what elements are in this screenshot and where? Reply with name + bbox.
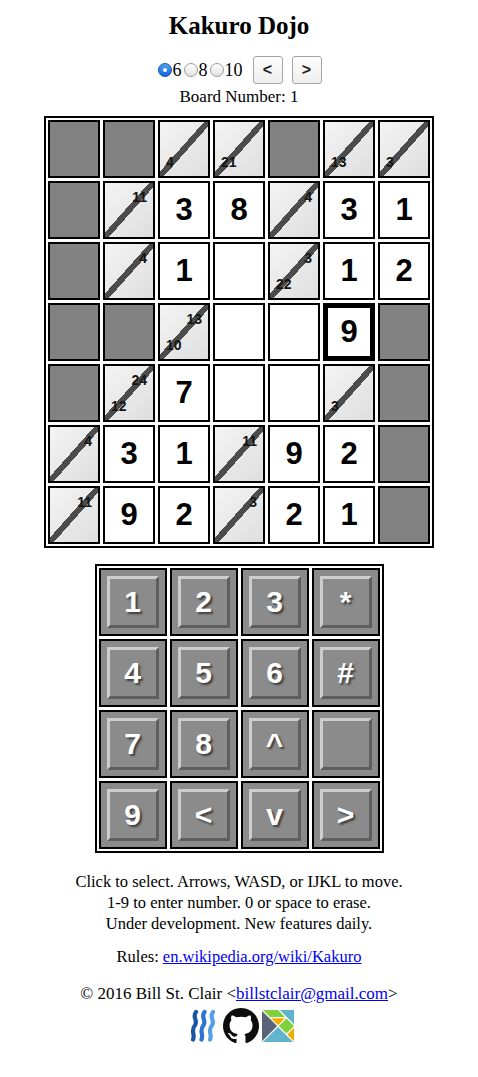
key-hash[interactable]: # bbox=[312, 639, 380, 707]
board-number-label: Board Number: 1 bbox=[0, 87, 478, 107]
key-8[interactable]: 8 bbox=[170, 710, 238, 778]
size-option-8-label: 8 bbox=[199, 60, 208, 81]
key-face: 5 bbox=[178, 647, 230, 699]
key-label: 2 bbox=[195, 585, 212, 619]
key-3[interactable]: 3 bbox=[241, 568, 309, 636]
across-clue: 4 bbox=[84, 434, 92, 448]
key-label: 7 bbox=[124, 727, 141, 761]
key-face: 6 bbox=[249, 647, 301, 699]
across-clue: 11 bbox=[77, 495, 92, 509]
entry-cell[interactable] bbox=[213, 303, 265, 361]
radio-10-icon[interactable] bbox=[210, 63, 224, 77]
key-down[interactable]: v bbox=[241, 781, 309, 849]
clue-cell: 322 bbox=[268, 242, 320, 300]
blocked-cell bbox=[48, 120, 100, 178]
kakuro-board: 4211331138431413221213109241273431119211… bbox=[44, 116, 434, 548]
key-face: ^ bbox=[249, 718, 301, 770]
key-right[interactable]: > bbox=[312, 781, 380, 849]
entry-cell[interactable]: 1 bbox=[158, 242, 210, 300]
clue-cell: 3 bbox=[213, 486, 265, 544]
across-clue: 24 bbox=[131, 373, 147, 387]
entry-cell[interactable]: 9 bbox=[268, 425, 320, 483]
next-board-button[interactable]: > bbox=[292, 56, 322, 84]
across-clue: 11 bbox=[132, 190, 147, 204]
key-9[interactable]: 9 bbox=[99, 781, 167, 849]
copyright-line: © 2016 Bill St. Clair <billstclair@gmail… bbox=[0, 984, 478, 1004]
entry-cell[interactable]: 2 bbox=[158, 486, 210, 544]
key-face: 2 bbox=[178, 576, 230, 628]
key-label: ^ bbox=[266, 727, 284, 761]
entry-cell[interactable]: 1 bbox=[378, 181, 430, 239]
key-2[interactable]: 2 bbox=[170, 568, 238, 636]
clue-cell: 21 bbox=[213, 120, 265, 178]
entry-cell[interactable]: 3 bbox=[158, 181, 210, 239]
key-face: 4 bbox=[107, 647, 159, 699]
clue-cell: 11 bbox=[48, 486, 100, 544]
key-label: 3 bbox=[266, 585, 283, 619]
clue-cell: 13 bbox=[323, 120, 375, 178]
entry-cell[interactable] bbox=[213, 242, 265, 300]
down-clue: 12 bbox=[111, 399, 127, 413]
key-label: # bbox=[337, 656, 354, 690]
key-label: > bbox=[337, 798, 355, 832]
instruction-line-1: Click to select. Arrows, WASD, or IJKL t… bbox=[0, 871, 478, 892]
page-title: Kakuro Dojo bbox=[0, 12, 478, 40]
rules-prefix: Rules: bbox=[117, 947, 163, 966]
entry-cell[interactable] bbox=[213, 364, 265, 422]
key-face: 7 bbox=[107, 718, 159, 770]
board-size-controls: 6 8 10 < > bbox=[0, 56, 478, 84]
radio-6-icon[interactable] bbox=[158, 63, 172, 77]
across-clue: 13 bbox=[186, 312, 202, 326]
clue-cell: 3 bbox=[323, 364, 375, 422]
down-clue: 10 bbox=[166, 338, 182, 352]
key-5[interactable]: 5 bbox=[170, 639, 238, 707]
blocked-cell bbox=[378, 364, 430, 422]
blocked-cell bbox=[48, 181, 100, 239]
entry-cell[interactable]: 3 bbox=[103, 425, 155, 483]
down-clue: 22 bbox=[276, 277, 292, 291]
footer-icons bbox=[0, 1008, 478, 1044]
key-label: 9 bbox=[124, 798, 141, 832]
entry-cell[interactable]: 2 bbox=[378, 242, 430, 300]
down-clue: 4 bbox=[166, 155, 174, 169]
clue-cell: 4 bbox=[48, 425, 100, 483]
clue-cell: 2412 bbox=[103, 364, 155, 422]
entry-cell[interactable]: 8 bbox=[213, 181, 265, 239]
instructions: Click to select. Arrows, WASD, or IJKL t… bbox=[0, 871, 478, 934]
key-face: * bbox=[320, 576, 372, 628]
entry-cell[interactable]: 3 bbox=[323, 181, 375, 239]
size-option-10[interactable]: 10 bbox=[210, 60, 243, 81]
clue-cell: 11 bbox=[103, 181, 155, 239]
key-7[interactable]: 7 bbox=[99, 710, 167, 778]
down-clue: 21 bbox=[221, 155, 237, 169]
entry-cell[interactable] bbox=[268, 303, 320, 361]
entry-cell[interactable]: 2 bbox=[268, 486, 320, 544]
key-label: 5 bbox=[195, 656, 212, 690]
clue-cell: 3 bbox=[378, 120, 430, 178]
elm-icon bbox=[262, 1010, 294, 1042]
key-label: < bbox=[195, 798, 213, 832]
github-link[interactable] bbox=[223, 1008, 259, 1044]
size-option-6[interactable]: 6 bbox=[158, 60, 182, 81]
key-label: 1 bbox=[124, 585, 141, 619]
key-face bbox=[320, 718, 372, 770]
copyright-suffix: > bbox=[388, 984, 398, 1003]
clue-cell: 1310 bbox=[158, 303, 210, 361]
key-face: > bbox=[320, 789, 372, 841]
blocked-cell bbox=[378, 303, 430, 361]
radio-8-icon[interactable] bbox=[184, 63, 198, 77]
across-clue: 4 bbox=[139, 251, 147, 265]
blocked-cell bbox=[103, 120, 155, 178]
key-blank[interactable] bbox=[312, 710, 380, 778]
key-face: # bbox=[320, 647, 372, 699]
across-clue: 3 bbox=[304, 251, 312, 265]
entry-cell[interactable]: 1 bbox=[323, 242, 375, 300]
instruction-line-2: 1-9 to enter number. 0 or space to erase… bbox=[0, 892, 478, 913]
prev-board-button[interactable]: < bbox=[253, 56, 283, 84]
across-clue: 11 bbox=[242, 434, 257, 448]
rules-link[interactable]: en.wikipedia.org/wiki/Kakuro bbox=[163, 947, 362, 966]
key-face: v bbox=[249, 789, 301, 841]
entry-cell[interactable]: 9 bbox=[103, 486, 155, 544]
keypad: 123*456#78^9<v> bbox=[95, 564, 384, 853]
github-icon bbox=[223, 1008, 259, 1044]
key-label: 8 bbox=[195, 727, 212, 761]
clue-cell: 4 bbox=[103, 242, 155, 300]
entry-cell[interactable]: 7 bbox=[158, 364, 210, 422]
across-clue: 4 bbox=[304, 190, 312, 204]
key-face: 8 bbox=[178, 718, 230, 770]
blocked-cell bbox=[103, 303, 155, 361]
email-link[interactable]: billstclair@gmail.com bbox=[236, 984, 388, 1003]
size-option-6-label: 6 bbox=[173, 60, 182, 81]
blocked-cell bbox=[268, 120, 320, 178]
blocked-cell bbox=[378, 486, 430, 544]
key-label: 4 bbox=[124, 656, 141, 690]
blocked-cell bbox=[48, 242, 100, 300]
size-option-8[interactable]: 8 bbox=[184, 60, 208, 81]
steem-icon bbox=[184, 1008, 220, 1044]
blocked-cell bbox=[48, 303, 100, 361]
instruction-line-3: Under development. New features daily. bbox=[0, 913, 478, 934]
down-clue: 13 bbox=[331, 155, 347, 169]
copyright-prefix: © 2016 Bill St. Clair < bbox=[80, 984, 236, 1003]
down-clue: 3 bbox=[331, 399, 339, 413]
key-face: 9 bbox=[107, 789, 159, 841]
blocked-cell bbox=[48, 364, 100, 422]
key-label: v bbox=[266, 798, 283, 832]
clue-cell: 11 bbox=[213, 425, 265, 483]
key-6[interactable]: 6 bbox=[241, 639, 309, 707]
key-label: 6 bbox=[266, 656, 283, 690]
clue-cell: 4 bbox=[158, 120, 210, 178]
entry-cell[interactable]: 1 bbox=[323, 486, 375, 544]
key-label: * bbox=[340, 585, 352, 619]
key-star[interactable]: * bbox=[312, 568, 380, 636]
key-1[interactable]: 1 bbox=[99, 568, 167, 636]
size-option-10-label: 10 bbox=[225, 60, 243, 81]
entry-cell[interactable]: 2 bbox=[323, 425, 375, 483]
key-left[interactable]: < bbox=[170, 781, 238, 849]
elm-link[interactable] bbox=[262, 1010, 294, 1042]
key-face: 1 bbox=[107, 576, 159, 628]
across-clue: 3 bbox=[249, 495, 257, 509]
entry-cell[interactable] bbox=[268, 364, 320, 422]
entry-cell[interactable]: 1 bbox=[158, 425, 210, 483]
key-up[interactable]: ^ bbox=[241, 710, 309, 778]
key-face: < bbox=[178, 789, 230, 841]
rules-line: Rules: en.wikipedia.org/wiki/Kakuro bbox=[0, 947, 478, 967]
down-clue: 3 bbox=[386, 155, 394, 169]
key-4[interactable]: 4 bbox=[99, 639, 167, 707]
entry-cell[interactable]: 9 bbox=[323, 303, 375, 361]
blocked-cell bbox=[378, 425, 430, 483]
steem-link[interactable] bbox=[184, 1008, 220, 1044]
key-face: 3 bbox=[249, 576, 301, 628]
clue-cell: 4 bbox=[268, 181, 320, 239]
